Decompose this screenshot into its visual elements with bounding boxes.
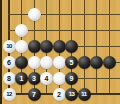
- stone-white[interactable]: [40, 56, 53, 69]
- stone-move-number: 11: [78, 88, 91, 101]
- stone-white-10[interactable]: 10: [3, 40, 16, 53]
- go-board[interactable]: 10658134912721311: [0, 0, 120, 104]
- stone-move-number: 5: [65, 56, 78, 69]
- stone-white-6[interactable]: 6: [3, 56, 16, 69]
- stone-move-number: 3: [28, 72, 41, 85]
- stone-black-13[interactable]: 13: [65, 88, 78, 101]
- stone-black[interactable]: [78, 56, 91, 69]
- stone-black-7[interactable]: 7: [28, 88, 41, 101]
- stone-black[interactable]: [53, 40, 66, 53]
- stone-black-5[interactable]: 5: [65, 56, 78, 69]
- stone-white-2[interactable]: 2: [53, 88, 66, 101]
- stone-white-12[interactable]: 12: [3, 88, 16, 101]
- stone-black-11[interactable]: 11: [78, 88, 91, 101]
- stone-black-3[interactable]: 3: [28, 72, 41, 85]
- stone-black[interactable]: [40, 40, 53, 53]
- stone-move-number: 12: [3, 88, 16, 101]
- stone-black-1[interactable]: 1: [15, 72, 28, 85]
- stone-move-number: 2: [53, 88, 66, 101]
- stone-black[interactable]: [65, 40, 78, 53]
- stone-move-number: 8: [3, 72, 16, 85]
- stone-move-number: 13: [65, 88, 78, 101]
- stone-black[interactable]: [103, 56, 116, 69]
- stone-white[interactable]: [28, 8, 41, 21]
- stone-move-number: 1: [15, 72, 28, 85]
- stone-black[interactable]: [90, 56, 103, 69]
- stone-white[interactable]: [53, 72, 66, 85]
- stone-black-9[interactable]: 9: [65, 72, 78, 85]
- stone-move-number: 6: [3, 56, 16, 69]
- stone-black[interactable]: [28, 40, 41, 53]
- stone-black[interactable]: [15, 56, 28, 69]
- stone-white[interactable]: [28, 56, 41, 69]
- stone-move-number: 7: [28, 88, 41, 101]
- stone-white[interactable]: [53, 56, 66, 69]
- stone-white-8[interactable]: 8: [3, 72, 16, 85]
- stone-move-number: 10: [3, 40, 16, 53]
- stone-move-number: 4: [40, 72, 53, 85]
- stone-white-4[interactable]: 4: [40, 72, 53, 85]
- stone-move-number: 9: [65, 72, 78, 85]
- stone-white[interactable]: [15, 24, 28, 37]
- stone-white[interactable]: [15, 40, 28, 53]
- board-grid-line-h: [8, 14, 120, 15]
